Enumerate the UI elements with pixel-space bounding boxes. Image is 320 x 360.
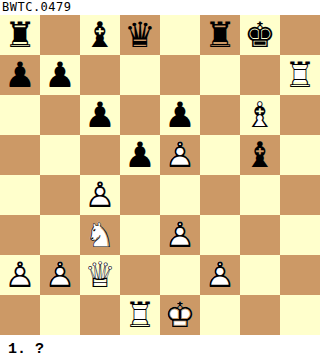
piece-black-king: ♚ (240, 15, 280, 55)
piece-white-pawn: ♟♙ (0, 255, 40, 295)
square-g8[interactable]: ♚ (240, 15, 280, 55)
square-h4[interactable] (280, 175, 320, 215)
square-f6[interactable] (200, 95, 240, 135)
square-a2[interactable]: ♟♙ (0, 255, 40, 295)
square-c4[interactable]: ♟♙ (80, 175, 120, 215)
square-g6[interactable]: ♝♗ (240, 95, 280, 135)
piece-outline: ♙ (80, 175, 120, 215)
square-g2[interactable] (240, 255, 280, 295)
square-a5[interactable] (0, 135, 40, 175)
square-a4[interactable] (0, 175, 40, 215)
piece-white-pawn: ♟♙ (80, 175, 120, 215)
piece-white-pawn: ♟♙ (200, 255, 240, 295)
square-b4[interactable] (40, 175, 80, 215)
square-d6[interactable] (120, 95, 160, 135)
square-c3[interactable]: ♞♘ (80, 215, 120, 255)
square-h1[interactable] (280, 295, 320, 335)
piece-outline: ♙ (40, 255, 80, 295)
piece-black-pawn: ♟ (160, 95, 200, 135)
piece-outline: ♙ (200, 255, 240, 295)
piece-black-rook: ♜ (200, 15, 240, 55)
square-d8[interactable]: ♛ (120, 15, 160, 55)
square-b6[interactable] (40, 95, 80, 135)
square-f2[interactable]: ♟♙ (200, 255, 240, 295)
square-c2[interactable]: ♛♕ (80, 255, 120, 295)
square-h3[interactable] (280, 215, 320, 255)
piece-outline: ♙ (160, 215, 200, 255)
square-b3[interactable] (40, 215, 80, 255)
square-h2[interactable] (280, 255, 320, 295)
piece-outline: ♙ (160, 135, 200, 175)
square-a8[interactable]: ♜ (0, 15, 40, 55)
piece-outline: ♔ (160, 295, 200, 335)
piece-black-bishop: ♝ (240, 135, 280, 175)
puzzle-id: BWTC.0479 (0, 0, 320, 15)
square-a7[interactable]: ♟ (0, 55, 40, 95)
square-b1[interactable] (40, 295, 80, 335)
piece-white-knight: ♞♘ (80, 215, 120, 255)
square-g5[interactable]: ♝ (240, 135, 280, 175)
piece-outline: ♙ (0, 255, 40, 295)
square-f5[interactable] (200, 135, 240, 175)
square-d4[interactable] (120, 175, 160, 215)
piece-white-pawn: ♟♙ (160, 215, 200, 255)
piece-white-pawn: ♟♙ (160, 135, 200, 175)
chess-board: ♜♝♛♜♚♟♟♜♖♟♟♝♗♟♟♙♝♟♙♞♘♟♙♟♙♟♙♛♕♟♙♜♖♚♔ (0, 15, 320, 335)
square-f1[interactable] (200, 295, 240, 335)
square-f3[interactable] (200, 215, 240, 255)
square-g1[interactable] (240, 295, 280, 335)
square-d5[interactable]: ♟ (120, 135, 160, 175)
square-f8[interactable]: ♜ (200, 15, 240, 55)
piece-black-bishop: ♝ (80, 15, 120, 55)
square-e6[interactable]: ♟ (160, 95, 200, 135)
square-f7[interactable] (200, 55, 240, 95)
piece-white-pawn: ♟♙ (40, 255, 80, 295)
piece-white-queen: ♛♕ (80, 255, 120, 295)
piece-black-pawn: ♟ (40, 55, 80, 95)
piece-outline: ♘ (80, 215, 120, 255)
square-c8[interactable]: ♝ (80, 15, 120, 55)
piece-white-king: ♚♔ (160, 295, 200, 335)
square-e3[interactable]: ♟♙ (160, 215, 200, 255)
square-b2[interactable]: ♟♙ (40, 255, 80, 295)
square-c5[interactable] (80, 135, 120, 175)
square-b7[interactable]: ♟ (40, 55, 80, 95)
square-e8[interactable] (160, 15, 200, 55)
square-e5[interactable]: ♟♙ (160, 135, 200, 175)
piece-white-rook: ♜♖ (120, 295, 160, 335)
square-h5[interactable] (280, 135, 320, 175)
piece-black-pawn: ♟ (120, 135, 160, 175)
square-d1[interactable]: ♜♖ (120, 295, 160, 335)
square-g3[interactable] (240, 215, 280, 255)
piece-outline: ♗ (240, 95, 280, 135)
square-f4[interactable] (200, 175, 240, 215)
square-d2[interactable] (120, 255, 160, 295)
piece-outline: ♕ (80, 255, 120, 295)
piece-black-pawn: ♟ (80, 95, 120, 135)
square-e1[interactable]: ♚♔ (160, 295, 200, 335)
move-prompt: 1. ? (0, 341, 320, 358)
square-h8[interactable] (280, 15, 320, 55)
square-b5[interactable] (40, 135, 80, 175)
square-h7[interactable]: ♜♖ (280, 55, 320, 95)
piece-black-rook: ♜ (0, 15, 40, 55)
square-d7[interactable] (120, 55, 160, 95)
square-e4[interactable] (160, 175, 200, 215)
piece-outline: ♖ (120, 295, 160, 335)
square-a1[interactable] (0, 295, 40, 335)
piece-white-bishop: ♝♗ (240, 95, 280, 135)
piece-black-queen: ♛ (120, 15, 160, 55)
square-h6[interactable] (280, 95, 320, 135)
piece-black-pawn: ♟ (0, 55, 40, 95)
piece-white-rook: ♜♖ (280, 55, 320, 95)
square-e7[interactable] (160, 55, 200, 95)
square-e2[interactable] (160, 255, 200, 295)
square-c6[interactable]: ♟ (80, 95, 120, 135)
square-b8[interactable] (40, 15, 80, 55)
square-c1[interactable] (80, 295, 120, 335)
square-a6[interactable] (0, 95, 40, 135)
square-g4[interactable] (240, 175, 280, 215)
square-a3[interactable] (0, 215, 40, 255)
piece-outline: ♖ (280, 55, 320, 95)
square-d3[interactable] (120, 215, 160, 255)
square-g7[interactable] (240, 55, 280, 95)
square-c7[interactable] (80, 55, 120, 95)
chess-puzzle-window: BWTC.0479 ♜♝♛♜♚♟♟♜♖♟♟♝♗♟♟♙♝♟♙♞♘♟♙♟♙♟♙♛♕♟… (0, 0, 320, 360)
